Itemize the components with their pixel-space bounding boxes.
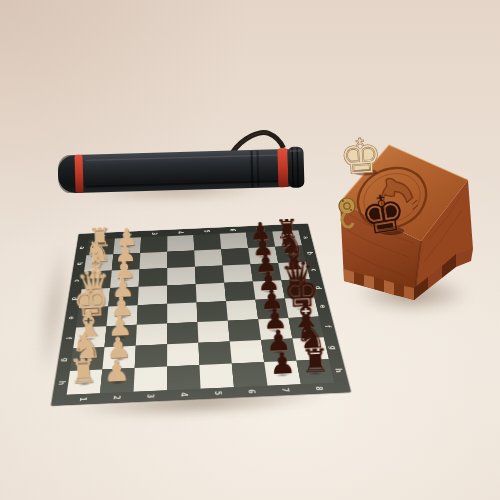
coord-right-a: a xyxy=(302,236,309,239)
square-c6 xyxy=(223,264,253,283)
coord-right-g: g xyxy=(328,346,337,350)
square-e4 xyxy=(167,303,197,324)
coord-bottom-5: 5 xyxy=(213,391,222,396)
square-d7 xyxy=(253,280,285,300)
square-e6 xyxy=(226,300,258,321)
coord-top-3: 3 xyxy=(151,232,158,235)
square-g6 xyxy=(230,340,264,364)
square-d6 xyxy=(224,282,255,302)
box-display-black-king: ♚ xyxy=(355,181,410,248)
coord-left-f: f xyxy=(64,337,72,340)
coord-bottom-7: 7 xyxy=(281,388,290,393)
coord-top-4: 4 xyxy=(177,231,184,234)
square-h4 xyxy=(167,365,200,390)
square-h8 xyxy=(297,359,335,384)
square-a5 xyxy=(194,234,222,251)
square-h7 xyxy=(264,361,301,386)
square-f6 xyxy=(228,319,261,341)
coord-top-8: 8 xyxy=(281,226,288,229)
square-a4 xyxy=(167,235,194,252)
chess-set-photo: ♚ ♚ 1122334455667788aabbccddeeffgghh♜♞♝♛… xyxy=(0,0,500,500)
coord-right-b: b xyxy=(306,252,314,255)
coord-right-c: c xyxy=(310,269,318,272)
coord-bottom-3: 3 xyxy=(146,394,155,399)
coord-left-e: e xyxy=(67,316,75,320)
square-e5 xyxy=(197,301,228,322)
coord-left-b: b xyxy=(76,262,83,265)
coord-top-5: 5 xyxy=(203,230,210,233)
square-b6 xyxy=(221,248,250,266)
coord-top-2: 2 xyxy=(125,233,132,236)
coord-left-h: h xyxy=(57,381,66,386)
square-g3 xyxy=(135,344,167,368)
piece-contact-shadow xyxy=(289,288,307,293)
board-surface: 1122334455667788aabbccddeeffgghh♜♞♝♛♚♝♞♜… xyxy=(51,224,351,406)
coord-bottom-4: 4 xyxy=(180,392,189,397)
coord-right-h: h xyxy=(334,368,343,373)
coord-right-d: d xyxy=(314,286,322,290)
square-g2 xyxy=(102,346,135,370)
coord-bottom-1: 1 xyxy=(78,397,87,402)
square-a6 xyxy=(220,233,248,250)
square-a3 xyxy=(140,236,167,253)
square-e7 xyxy=(255,299,288,320)
square-f4 xyxy=(167,322,198,344)
coord-bottom-8: 8 xyxy=(314,386,323,391)
square-h3 xyxy=(134,367,168,392)
coord-left-d: d xyxy=(70,297,78,301)
coord-left-c: c xyxy=(73,279,80,282)
square-c4 xyxy=(167,267,196,286)
square-c3 xyxy=(139,268,168,287)
coord-left-g: g xyxy=(61,358,70,362)
box-display-white-king: ♚ xyxy=(337,127,384,186)
square-f3 xyxy=(136,323,167,345)
square-d4 xyxy=(167,284,196,304)
square-f5 xyxy=(198,321,230,343)
square-b5 xyxy=(194,249,222,267)
coord-bottom-2: 2 xyxy=(112,395,121,400)
square-b3 xyxy=(140,252,168,270)
square-e3 xyxy=(137,304,167,325)
square-b4 xyxy=(167,250,195,268)
chessboard: 1122334455667788aabbccddeeffgghh♜♞♝♛♚♝♞♜… xyxy=(38,93,351,406)
square-d5 xyxy=(196,283,226,303)
coord-top-7: 7 xyxy=(255,227,262,230)
coord-right-f: f xyxy=(323,325,331,328)
square-g5 xyxy=(198,341,231,365)
coord-top-1: 1 xyxy=(99,235,106,238)
square-h5 xyxy=(199,364,234,389)
square-c5 xyxy=(195,266,224,285)
square-g4 xyxy=(167,343,199,367)
square-d3 xyxy=(138,285,167,305)
coord-top-6: 6 xyxy=(229,229,236,232)
coord-right-e: e xyxy=(319,305,327,309)
square-h6 xyxy=(232,362,268,387)
coord-bottom-6: 6 xyxy=(247,389,256,394)
coord-left-a: a xyxy=(78,246,85,249)
